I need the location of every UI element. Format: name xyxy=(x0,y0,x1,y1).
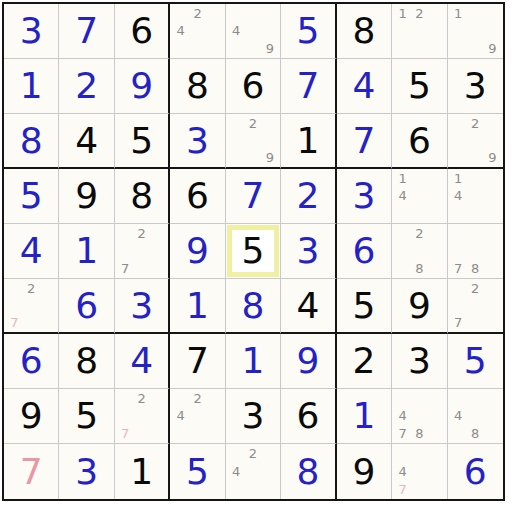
cell-value: 7 xyxy=(75,13,98,49)
cell-value: 6 xyxy=(75,288,98,324)
cell-r5c2[interactable]: 1 xyxy=(59,224,114,279)
candidate-digit: 8 xyxy=(411,425,428,442)
candidate-digit: 4 xyxy=(394,187,411,204)
candidate-digit: 4 xyxy=(228,463,245,481)
cell-r5c3[interactable]: 27 xyxy=(115,224,170,279)
candidate-digit: 9 xyxy=(484,40,501,57)
candidate-digit: 4 xyxy=(394,463,411,481)
candidates: 28 xyxy=(394,225,444,277)
cell-value: 9 xyxy=(352,454,375,490)
cell-r1c5[interactable]: 49 xyxy=(226,4,281,59)
candidate-digit: 9 xyxy=(484,149,501,166)
candidates: 49 xyxy=(228,5,278,57)
candidate-digit: 7 xyxy=(6,314,23,331)
cell-value: 4 xyxy=(130,343,153,379)
cell-value: 4 xyxy=(296,288,319,324)
cell-r7c8[interactable]: 3 xyxy=(392,334,447,389)
cell-r5c5[interactable]: 5 xyxy=(226,224,281,279)
candidate-digit: 7 xyxy=(394,425,411,442)
cell-r2c2[interactable]: 2 xyxy=(59,59,114,114)
cell-r8c9[interactable]: 48 xyxy=(448,389,503,444)
candidates: 14 xyxy=(394,170,444,222)
cell-r4c2[interactable]: 9 xyxy=(59,169,114,224)
candidates: 24 xyxy=(172,390,222,442)
cell-value: 1 xyxy=(186,288,209,324)
cell-r5c6[interactable]: 3 xyxy=(281,224,336,279)
cell-r3c3[interactable]: 5 xyxy=(115,114,170,169)
candidate-digit: 9 xyxy=(261,149,278,166)
candidate-digit: 2 xyxy=(189,5,206,22)
cell-value: 3 xyxy=(75,454,98,490)
cell-value: 3 xyxy=(242,398,265,434)
candidate-digit: 1 xyxy=(450,5,467,22)
candidates: 478 xyxy=(394,390,444,442)
candidate-digit: 1 xyxy=(450,170,467,187)
cell-r4c7[interactable]: 3 xyxy=(337,169,392,224)
cell-r7c2[interactable]: 8 xyxy=(59,334,114,389)
cell-r3c5[interactable]: 29 xyxy=(226,114,281,169)
cell-value: 7 xyxy=(20,454,43,490)
candidate-digit: 2 xyxy=(467,280,484,297)
cell-value: 5 xyxy=(352,288,375,324)
candidates: 24 xyxy=(172,5,222,57)
cell-r6c5[interactable]: 8 xyxy=(226,279,281,334)
cell-value: 9 xyxy=(20,398,43,434)
cell-r1c2[interactable]: 7 xyxy=(59,4,114,59)
cell-value: 7 xyxy=(352,123,375,159)
cell-value: 6 xyxy=(464,454,487,490)
candidate-digit: 1 xyxy=(394,5,411,22)
cell-value: 8 xyxy=(130,178,153,214)
cell-r5c1[interactable]: 4 xyxy=(4,224,59,279)
cell-r1c6[interactable]: 5 xyxy=(281,4,336,59)
candidate-digit: 2 xyxy=(245,445,262,463)
cell-r7c5[interactable]: 1 xyxy=(226,334,281,389)
cell-value: 5 xyxy=(20,178,43,214)
candidates: 78 xyxy=(450,225,501,277)
cell-r3c7[interactable]: 7 xyxy=(337,114,392,169)
cell-value: 8 xyxy=(242,288,265,324)
cell-value: 6 xyxy=(408,123,431,159)
cell-r5c4[interactable]: 9 xyxy=(170,224,225,279)
cell-value: 2 xyxy=(296,178,319,214)
cell-r2c7[interactable]: 4 xyxy=(337,59,392,114)
cell-r6c1[interactable]: 27 xyxy=(4,279,59,334)
cell-r4c9[interactable]: 14 xyxy=(448,169,503,224)
cell-value: 7 xyxy=(296,68,319,104)
cell-value: 5 xyxy=(130,123,153,159)
candidate-digit: 2 xyxy=(467,115,484,132)
candidates: 27 xyxy=(450,280,501,331)
cell-value: 3 xyxy=(296,233,319,269)
cell-value: 6 xyxy=(296,398,319,434)
cell-r2c6[interactable]: 7 xyxy=(281,59,336,114)
cell-value: 6 xyxy=(20,343,43,379)
cell-r2c9[interactable]: 3 xyxy=(448,59,503,114)
cell-r1c1[interactable]: 3 xyxy=(4,4,59,59)
cell-value: 5 xyxy=(464,343,487,379)
cell-r1c4[interactable]: 24 xyxy=(170,4,225,59)
cell-value: 8 xyxy=(75,343,98,379)
cell-r9c8[interactable]: 47 xyxy=(392,444,447,499)
cell-value: 9 xyxy=(408,288,431,324)
cell-value: 1 xyxy=(242,343,265,379)
cell-r8c6[interactable]: 6 xyxy=(281,389,336,444)
cell-value: 4 xyxy=(20,233,43,269)
candidate-digit: 4 xyxy=(172,407,189,424)
cell-value: 1 xyxy=(75,233,98,269)
cell-value: 6 xyxy=(130,13,153,49)
cell-value: 9 xyxy=(130,68,153,104)
cell-r9c7[interactable]: 9 xyxy=(337,444,392,499)
cell-value: 2 xyxy=(75,68,98,104)
cell-r8c7[interactable]: 1 xyxy=(337,389,392,444)
cell-value: 5 xyxy=(242,233,265,269)
cell-value: 3 xyxy=(352,178,375,214)
candidate-digit: 2 xyxy=(133,225,149,242)
cell-value: 6 xyxy=(242,68,265,104)
cell-r3c2[interactable]: 4 xyxy=(59,114,114,169)
cell-r5c9[interactable]: 78 xyxy=(448,224,503,279)
candidates: 27 xyxy=(117,390,166,442)
cell-r9c9[interactable]: 6 xyxy=(448,444,503,499)
cell-r4c1[interactable]: 5 xyxy=(4,169,59,224)
candidate-digit: 8 xyxy=(467,425,484,442)
candidate-digit: 7 xyxy=(117,425,133,442)
cell-value: 6 xyxy=(186,178,209,214)
cell-r9c1[interactable]: 7 xyxy=(4,444,59,499)
cell-value: 8 xyxy=(352,13,375,49)
candidate-digit: 1 xyxy=(394,170,411,187)
cell-r6c7[interactable]: 5 xyxy=(337,279,392,334)
cell-r5c8[interactable]: 28 xyxy=(392,224,447,279)
candidate-digit: 9 xyxy=(261,40,278,57)
cell-r8c3[interactable]: 27 xyxy=(115,389,170,444)
cell-r9c2[interactable]: 3 xyxy=(59,444,114,499)
cell-r8c2[interactable]: 5 xyxy=(59,389,114,444)
cell-r2c4[interactable]: 8 xyxy=(170,59,225,114)
cell-r6c8[interactable]: 9 xyxy=(392,279,447,334)
cell-r8c5[interactable]: 3 xyxy=(226,389,281,444)
candidate-digit: 4 xyxy=(172,22,189,39)
cell-r7c1[interactable]: 6 xyxy=(4,334,59,389)
cell-r4c3[interactable]: 8 xyxy=(115,169,170,224)
cell-r7c9[interactable]: 5 xyxy=(448,334,503,389)
candidate-digit: 8 xyxy=(411,260,428,277)
candidates: 29 xyxy=(228,115,278,166)
candidates: 19 xyxy=(450,5,501,57)
cell-r2c8[interactable]: 5 xyxy=(392,59,447,114)
cell-r6c2[interactable]: 6 xyxy=(59,279,114,334)
cell-r7c4[interactable]: 7 xyxy=(170,334,225,389)
cell-value: 7 xyxy=(242,178,265,214)
cell-value: 3 xyxy=(464,68,487,104)
candidates: 27 xyxy=(117,225,166,277)
cell-r4c6[interactable]: 2 xyxy=(281,169,336,224)
cell-r3c9[interactable]: 29 xyxy=(448,114,503,169)
cell-r3c8[interactable]: 6 xyxy=(392,114,447,169)
candidate-digit: 2 xyxy=(23,280,40,297)
cell-r9c3[interactable]: 1 xyxy=(115,444,170,499)
cell-value: 3 xyxy=(408,343,431,379)
candidate-digit: 4 xyxy=(228,22,245,39)
cell-r8c8[interactable]: 478 xyxy=(392,389,447,444)
cell-value: 4 xyxy=(352,68,375,104)
cell-value: 1 xyxy=(20,68,43,104)
candidates: 12 xyxy=(394,5,444,57)
cell-r9c5[interactable]: 24 xyxy=(226,444,281,499)
candidates: 14 xyxy=(450,170,501,222)
candidates: 48 xyxy=(450,390,501,442)
sudoku-board: 3762449581219129867453845329176295986723… xyxy=(2,2,505,501)
cell-r9c6[interactable]: 8 xyxy=(281,444,336,499)
cell-value: 5 xyxy=(75,398,98,434)
cell-r1c8[interactable]: 12 xyxy=(392,4,447,59)
cell-r3c6[interactable]: 1 xyxy=(281,114,336,169)
cell-r7c3[interactable]: 4 xyxy=(115,334,170,389)
candidates: 24 xyxy=(228,445,278,498)
cell-value: 4 xyxy=(75,123,98,159)
cell-value: 2 xyxy=(352,343,375,379)
cell-r1c7[interactable]: 8 xyxy=(337,4,392,59)
candidate-digit: 4 xyxy=(450,187,467,204)
cell-r6c6[interactable]: 4 xyxy=(281,279,336,334)
candidate-digit: 2 xyxy=(411,225,428,242)
cell-r2c3[interactable]: 9 xyxy=(115,59,170,114)
cell-value: 6 xyxy=(352,233,375,269)
candidates: 27 xyxy=(6,280,56,331)
cell-r6c3[interactable]: 3 xyxy=(115,279,170,334)
cell-r5c7[interactable]: 6 xyxy=(337,224,392,279)
cell-r8c4[interactable]: 24 xyxy=(170,389,225,444)
cell-value: 3 xyxy=(186,123,209,159)
candidates: 47 xyxy=(394,445,444,498)
candidate-digit: 4 xyxy=(450,407,467,424)
candidate-digit: 2 xyxy=(189,390,206,407)
candidate-digit: 7 xyxy=(394,480,411,498)
candidate-digit: 2 xyxy=(245,115,262,132)
cell-value: 3 xyxy=(130,288,153,324)
cell-value: 8 xyxy=(20,123,43,159)
cell-value: 5 xyxy=(296,13,319,49)
cell-r6c4[interactable]: 1 xyxy=(170,279,225,334)
candidate-digit: 8 xyxy=(467,260,484,277)
cell-r2c1[interactable]: 1 xyxy=(4,59,59,114)
cell-value: 5 xyxy=(408,68,431,104)
cell-r1c9[interactable]: 19 xyxy=(448,4,503,59)
candidate-digit: 7 xyxy=(117,260,133,277)
cell-value: 9 xyxy=(75,178,98,214)
cell-value: 1 xyxy=(296,123,319,159)
candidate-digit: 4 xyxy=(394,407,411,424)
candidate-digit: 7 xyxy=(450,260,467,277)
cell-value: 9 xyxy=(186,233,209,269)
candidate-digit: 7 xyxy=(450,314,467,331)
cell-value: 8 xyxy=(186,68,209,104)
cell-r9c4[interactable]: 5 xyxy=(170,444,225,499)
cell-value: 1 xyxy=(130,454,153,490)
cell-value: 9 xyxy=(296,343,319,379)
cell-r3c1[interactable]: 8 xyxy=(4,114,59,169)
candidate-digit: 2 xyxy=(133,390,149,407)
candidates: 29 xyxy=(450,115,501,166)
cell-r7c6[interactable]: 9 xyxy=(281,334,336,389)
cell-value: 5 xyxy=(186,454,209,490)
cell-value: 1 xyxy=(352,398,375,434)
cell-r2c5[interactable]: 6 xyxy=(226,59,281,114)
cell-value: 3 xyxy=(20,13,43,49)
cell-value: 8 xyxy=(296,454,319,490)
cell-r4c8[interactable]: 14 xyxy=(392,169,447,224)
cell-value: 7 xyxy=(186,343,209,379)
cell-r4c4[interactable]: 6 xyxy=(170,169,225,224)
cell-r6c9[interactable]: 27 xyxy=(448,279,503,334)
cell-r1c3[interactable]: 6 xyxy=(115,4,170,59)
cell-r8c1[interactable]: 9 xyxy=(4,389,59,444)
candidate-digit: 2 xyxy=(411,5,428,22)
cell-r4c5[interactable]: 7 xyxy=(226,169,281,224)
cell-r3c4[interactable]: 3 xyxy=(170,114,225,169)
cell-r7c7[interactable]: 2 xyxy=(337,334,392,389)
